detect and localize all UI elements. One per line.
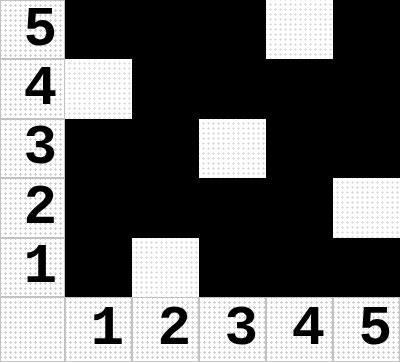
cell-r2c2-black[interactable] xyxy=(132,178,199,237)
row-label-5: 5 xyxy=(0,0,65,59)
cell-r2c5-white[interactable] xyxy=(333,178,400,237)
row-label-4: 4 xyxy=(0,59,65,118)
cell-r1c1-black[interactable] xyxy=(65,238,132,297)
cell-r1c2-white[interactable] xyxy=(132,238,199,297)
corner-cell xyxy=(0,297,65,362)
col-label-3: 3 xyxy=(199,297,266,362)
cell-r5c1-black[interactable] xyxy=(65,0,132,59)
cell-r3c2-black[interactable] xyxy=(132,119,199,178)
cell-r5c2-black[interactable] xyxy=(132,0,199,59)
col-label-1: 1 xyxy=(65,297,132,362)
col-label-2: 2 xyxy=(132,297,199,362)
cell-r3c5-black[interactable] xyxy=(333,119,400,178)
cell-r4c5-black[interactable] xyxy=(333,59,400,118)
col-label-5: 5 xyxy=(333,297,400,362)
cell-r3c1-black[interactable] xyxy=(65,119,132,178)
row-label-2: 2 xyxy=(0,178,65,237)
cell-r2c1-black[interactable] xyxy=(65,178,132,237)
cell-r5c4-white[interactable] xyxy=(266,0,333,59)
row-label-1: 1 xyxy=(0,238,65,297)
cell-r1c3-black[interactable] xyxy=(199,238,266,297)
row-label-3: 3 xyxy=(0,119,65,178)
cell-r3c4-black[interactable] xyxy=(266,119,333,178)
puzzle-board: 5432112345 xyxy=(0,0,400,362)
cell-r2c3-black[interactable] xyxy=(199,178,266,237)
col-label-4: 4 xyxy=(266,297,333,362)
cell-r1c4-black[interactable] xyxy=(266,238,333,297)
cell-r5c5-black[interactable] xyxy=(333,0,400,59)
cell-r5c3-black[interactable] xyxy=(199,0,266,59)
cell-r4c2-black[interactable] xyxy=(132,59,199,118)
cell-r1c5-black[interactable] xyxy=(333,238,400,297)
cell-r3c3-white[interactable] xyxy=(199,119,266,178)
cell-r2c4-black[interactable] xyxy=(266,178,333,237)
cell-r4c3-black[interactable] xyxy=(199,59,266,118)
cell-r4c4-black[interactable] xyxy=(266,59,333,118)
cell-r4c1-white[interactable] xyxy=(65,59,132,118)
